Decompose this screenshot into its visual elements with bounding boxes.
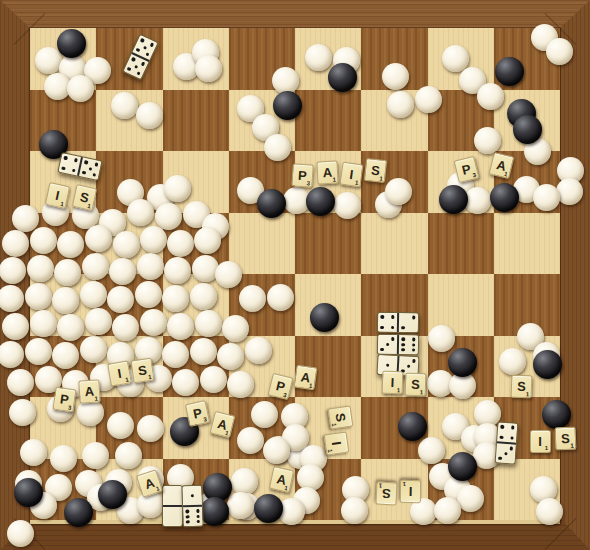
domino-pip	[185, 509, 189, 513]
white-go-stone[interactable]	[477, 83, 504, 110]
tile-score: 1	[570, 442, 574, 448]
tile-score: 1	[331, 422, 337, 426]
domino-half-0-pips	[163, 505, 182, 526]
white-go-stone[interactable]	[30, 310, 57, 337]
domino-pip	[380, 315, 384, 319]
tile-score: 1	[86, 202, 91, 209]
domino-half-4-pips	[378, 312, 397, 331]
white-go-stone[interactable]	[111, 92, 138, 119]
scrabble-tile-I[interactable]: I1	[44, 182, 69, 209]
domino-pip	[185, 520, 189, 524]
domino-pip	[401, 348, 405, 352]
white-go-stone[interactable]	[140, 309, 167, 336]
scrabble-tile-S[interactable]: S1	[327, 405, 353, 429]
tile-letter: A	[270, 468, 293, 491]
black-go-stone[interactable]	[14, 478, 43, 507]
white-go-stone[interactable]	[2, 313, 29, 340]
white-go-stone[interactable]	[20, 439, 47, 466]
white-go-stone[interactable]	[85, 225, 112, 252]
black-go-stone[interactable]	[98, 480, 127, 509]
tile-score: 1	[308, 382, 312, 388]
domino-half-6-pips	[397, 334, 418, 353]
scrabble-tile-I[interactable]: I1	[323, 431, 349, 455]
domino-pip	[391, 325, 395, 329]
white-go-stone[interactable]	[382, 63, 409, 90]
domino-pip	[196, 520, 200, 524]
white-go-stone[interactable]	[137, 415, 164, 442]
domino-pip	[185, 515, 189, 519]
domino-pip	[142, 45, 147, 50]
domino-pip	[380, 347, 384, 351]
black-go-stone[interactable]	[257, 189, 286, 218]
tile-score: 3	[202, 415, 207, 422]
white-go-stone[interactable]	[341, 497, 368, 524]
domino-pip	[380, 325, 384, 329]
domino-3-6[interactable]	[377, 333, 419, 355]
scrabble-tile-A[interactable]: A1	[293, 364, 317, 390]
white-go-stone[interactable]	[52, 287, 79, 314]
domino-4-2[interactable]	[377, 311, 419, 333]
black-go-stone[interactable]	[542, 400, 571, 429]
scrabble-tile-S[interactable]: S1	[554, 426, 576, 450]
white-go-stone[interactable]	[167, 313, 194, 340]
domino-pip	[82, 170, 86, 174]
white-go-stone[interactable]	[113, 231, 140, 258]
white-go-stone[interactable]	[222, 315, 249, 342]
white-go-stone[interactable]	[0, 285, 24, 312]
black-go-stone[interactable]	[448, 348, 477, 377]
white-go-stone[interactable]	[80, 336, 107, 363]
domino-pip	[145, 52, 150, 57]
black-go-stone[interactable]	[448, 452, 477, 481]
white-go-stone[interactable]	[35, 47, 62, 74]
domino-half-3-pips	[495, 441, 515, 463]
tile-score: 3	[306, 179, 310, 185]
square-e7	[295, 90, 361, 152]
tile-score: 1	[503, 170, 508, 177]
white-go-stone[interactable]	[442, 45, 469, 72]
domino-half-0-pips	[163, 486, 182, 505]
tile-score: 1	[402, 481, 405, 487]
white-go-stone[interactable]	[27, 255, 54, 282]
domino-pip	[407, 364, 411, 368]
domino-pip	[140, 62, 145, 67]
scrabble-tile-S[interactable]: S1	[130, 357, 154, 383]
white-go-stone[interactable]	[263, 437, 290, 464]
tile-score: 1	[283, 484, 288, 491]
white-go-stone[interactable]	[251, 401, 278, 428]
white-go-stone[interactable]	[172, 369, 199, 396]
white-go-stone[interactable]	[464, 187, 491, 214]
domino-pip	[401, 337, 405, 341]
white-go-stone[interactable]	[474, 127, 501, 154]
domino-pip	[63, 155, 67, 159]
white-go-stone[interactable]	[30, 227, 57, 254]
white-go-stone[interactable]	[217, 343, 244, 370]
domino-pip	[196, 514, 200, 518]
white-go-stone[interactable]	[164, 257, 191, 284]
white-go-stone[interactable]	[195, 310, 222, 337]
domino-half-1-pips	[182, 486, 202, 506]
domino-pip	[412, 348, 416, 352]
domino-pip	[133, 64, 138, 69]
scrabble-tile-S[interactable]: S1	[510, 374, 532, 398]
square-e5	[295, 213, 361, 275]
white-go-stone[interactable]	[200, 366, 227, 393]
white-go-stone[interactable]	[9, 399, 36, 426]
domino-pip	[412, 315, 416, 319]
black-go-stone[interactable]	[273, 91, 302, 120]
domino-pip	[510, 426, 514, 430]
white-go-stone[interactable]	[136, 102, 163, 129]
domino-1-6[interactable]	[181, 485, 203, 528]
domino-pip	[94, 162, 98, 166]
white-go-stone[interactable]	[434, 497, 461, 524]
white-go-stone[interactable]	[137, 253, 164, 280]
white-go-stone[interactable]	[546, 38, 573, 65]
scrabble-tile-S[interactable]: S1	[375, 481, 397, 505]
white-go-stone[interactable]	[12, 205, 39, 232]
domino-pip	[139, 38, 144, 43]
domino-pip	[499, 436, 503, 440]
white-go-stone[interactable]	[272, 67, 299, 94]
tile-score: 1	[124, 376, 128, 382]
black-go-stone[interactable]	[398, 412, 427, 441]
white-go-stone[interactable]	[52, 342, 79, 369]
domino-pip	[498, 456, 502, 460]
white-go-stone[interactable]	[245, 337, 272, 364]
domino-pip	[92, 172, 96, 176]
white-go-stone[interactable]	[418, 437, 445, 464]
white-go-stone[interactable]	[556, 178, 583, 205]
scrabble-tile-S[interactable]: S1	[363, 157, 386, 182]
tile-letter: A	[489, 153, 512, 176]
white-go-stone[interactable]	[227, 492, 254, 519]
domino-pip	[401, 342, 405, 346]
domino-pip	[131, 57, 136, 62]
white-go-stone[interactable]	[167, 230, 194, 257]
black-go-stone[interactable]	[513, 115, 542, 144]
white-go-stone[interactable]	[305, 44, 332, 71]
black-go-stone[interactable]	[490, 183, 519, 212]
tile-letter: A	[210, 412, 233, 435]
black-go-stone[interactable]	[310, 303, 339, 332]
domino-pip	[61, 166, 65, 170]
white-go-stone[interactable]	[115, 442, 142, 469]
white-go-stone[interactable]	[25, 283, 52, 310]
board-frame-right	[560, 0, 590, 550]
tile-score: 1	[327, 448, 333, 452]
scrabble-tile-P[interactable]: P3	[184, 400, 209, 427]
white-go-stone[interactable]	[2, 230, 29, 257]
domino-pip	[136, 71, 141, 76]
white-go-stone[interactable]	[227, 371, 254, 398]
scrabble-tile-I[interactable]: I1	[530, 430, 551, 453]
domino-pip	[510, 436, 514, 440]
white-go-stone[interactable]	[0, 257, 26, 284]
domino-pip	[509, 447, 513, 451]
white-go-stone[interactable]	[135, 281, 162, 308]
domino-pip	[500, 425, 504, 429]
white-go-stone[interactable]	[457, 485, 484, 512]
white-go-stone[interactable]	[387, 91, 414, 118]
tile-letter: S	[73, 186, 96, 209]
tile-score: 1	[396, 386, 400, 392]
domino-0-0[interactable]	[162, 485, 183, 527]
white-go-stone[interactable]	[190, 283, 217, 310]
white-go-stone[interactable]	[239, 285, 266, 312]
white-go-stone[interactable]	[194, 227, 221, 254]
scrabble-tile-P[interactable]: P3	[52, 386, 76, 412]
domino-pip	[391, 315, 395, 319]
tile-score: 1	[332, 176, 336, 182]
tile-score: 3	[282, 391, 287, 398]
white-go-stone[interactable]	[195, 55, 222, 82]
black-go-stone[interactable]	[57, 29, 86, 58]
scrabble-tile-I[interactable]: I1	[107, 360, 132, 386]
tile-score: 1	[545, 445, 548, 451]
tile-letter: P	[268, 374, 291, 397]
white-go-stone[interactable]	[164, 175, 191, 202]
domino-half-6-pips	[182, 505, 202, 527]
black-go-stone[interactable]	[200, 497, 229, 526]
tile-score: 1	[525, 390, 529, 396]
white-go-stone[interactable]	[25, 338, 52, 365]
black-go-stone[interactable]	[254, 494, 283, 523]
white-go-stone[interactable]	[190, 338, 217, 365]
white-go-stone[interactable]	[82, 253, 109, 280]
scrabble-tile-A[interactable]: A1	[316, 160, 338, 184]
white-go-stone[interactable]	[533, 184, 560, 211]
white-go-stone[interactable]	[67, 75, 94, 102]
white-go-stone[interactable]	[85, 308, 112, 335]
scrabble-tile-I[interactable]: I1	[399, 479, 420, 502]
white-go-stone[interactable]	[7, 369, 34, 396]
white-go-stone[interactable]	[297, 464, 324, 491]
domino-pip	[149, 43, 154, 48]
scrabble-tile-S[interactable]: S1	[404, 372, 426, 396]
white-go-stone[interactable]	[264, 134, 291, 161]
white-go-stone[interactable]	[54, 259, 81, 286]
scrabble-tile-I[interactable]: I1	[381, 370, 403, 394]
black-go-stone[interactable]	[439, 185, 468, 214]
white-go-stone[interactable]	[162, 285, 189, 312]
domino-4-3[interactable]	[494, 421, 518, 464]
white-go-stone[interactable]	[57, 314, 84, 341]
tile-score: 1	[354, 179, 358, 185]
square-c7	[163, 90, 229, 152]
domino-pip	[72, 168, 76, 172]
board-frame-top	[0, 0, 590, 28]
board-photo: I1S1P3A1I1S1P3A1I1S1P3A1P3A1P3A1S1I1A1A1…	[0, 0, 590, 550]
white-go-stone[interactable]	[155, 203, 182, 230]
white-go-stone[interactable]	[127, 199, 154, 226]
white-go-stone[interactable]	[385, 178, 412, 205]
domino-pip	[135, 48, 140, 53]
white-go-stone[interactable]	[50, 445, 77, 472]
white-go-stone[interactable]	[57, 231, 84, 258]
domino-pip	[196, 509, 200, 513]
tile-letter: I	[46, 184, 69, 207]
domino-pip	[126, 67, 131, 72]
white-go-stone[interactable]	[80, 281, 107, 308]
white-go-stone[interactable]	[267, 284, 294, 311]
domino-pip	[74, 158, 78, 162]
white-go-stone[interactable]	[536, 498, 563, 525]
board-frame-bottom	[0, 520, 590, 550]
white-go-stone[interactable]	[140, 226, 167, 253]
white-go-stone[interactable]	[499, 348, 526, 375]
square-g5	[428, 213, 494, 275]
scrabble-tile-I[interactable]: I1	[339, 161, 363, 187]
white-go-stone[interactable]	[112, 314, 139, 341]
domino-half-4-pips	[497, 422, 517, 442]
black-go-stone[interactable]	[533, 350, 562, 379]
white-go-stone[interactable]	[237, 427, 264, 454]
domino-pip	[412, 359, 416, 363]
domino-half-3-pips	[378, 334, 397, 353]
domino-pip	[412, 342, 416, 346]
domino-pip	[84, 160, 88, 164]
white-go-stone[interactable]	[428, 325, 455, 352]
black-go-stone[interactable]	[64, 498, 93, 527]
domino-pip	[190, 494, 194, 498]
tile-score: 3	[67, 404, 71, 410]
white-go-stone[interactable]	[109, 258, 136, 285]
domino-pip	[391, 337, 395, 341]
domino-pip	[386, 363, 390, 367]
domino-half-5-pips	[77, 156, 101, 179]
white-go-stone[interactable]	[231, 468, 258, 495]
tile-score: 1	[419, 388, 423, 394]
domino-pip	[88, 166, 92, 170]
tile-score: 1	[94, 394, 98, 400]
tile-score: 1	[378, 483, 382, 489]
white-go-stone[interactable]	[162, 341, 189, 368]
tile-score: 3	[471, 171, 476, 178]
tile-score: 1	[224, 429, 229, 436]
tile-score: 1	[379, 174, 383, 180]
white-go-stone[interactable]	[0, 341, 24, 368]
scrabble-tile-A[interactable]: A1	[78, 379, 101, 403]
white-go-stone[interactable]	[7, 520, 34, 547]
white-go-stone[interactable]	[215, 261, 242, 288]
white-go-stone[interactable]	[415, 86, 442, 113]
black-go-stone[interactable]	[328, 63, 357, 92]
white-go-stone[interactable]	[334, 192, 361, 219]
square-h5	[494, 213, 560, 275]
domino-half-2-pips	[397, 312, 418, 331]
scrabble-tile-S[interactable]: S1	[71, 184, 96, 211]
tile-score: 1	[59, 200, 64, 207]
black-go-stone[interactable]	[306, 187, 335, 216]
white-go-stone[interactable]	[82, 442, 109, 469]
white-go-stone[interactable]	[107, 412, 134, 439]
white-go-stone[interactable]	[107, 286, 134, 313]
scrabble-tile-P[interactable]: P3	[291, 163, 314, 187]
domino-pip	[386, 342, 390, 346]
square-f5	[361, 213, 427, 275]
tile-score: 1	[147, 373, 151, 379]
scrabble-tile-A[interactable]: A1	[268, 466, 293, 493]
black-go-stone[interactable]	[495, 57, 524, 86]
domino-pip	[401, 326, 405, 330]
domino-pip	[503, 452, 507, 456]
domino-pip	[412, 337, 416, 341]
